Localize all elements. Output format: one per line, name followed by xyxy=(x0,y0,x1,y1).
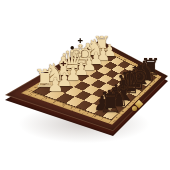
pieces-layer: ♜♞♝♛♚♝♞♜♟♟♟♟♟♟♟♟♟♟♟♟♟♟♟♟♜♞♝♛●♚✚♝♞♜ xyxy=(0,0,170,170)
piece-black-rook-a8[interactable]: ♜ xyxy=(99,89,123,116)
chess-set-product-photo: ABCDEFGH ABCDEFGH 12345678 12345678 ♜♞♝♛… xyxy=(0,0,170,170)
brass-clasp-icon xyxy=(131,101,144,113)
dark-crown-tip: ● xyxy=(70,46,74,51)
piece-white-pawn-a2[interactable]: ♟ xyxy=(47,77,64,96)
